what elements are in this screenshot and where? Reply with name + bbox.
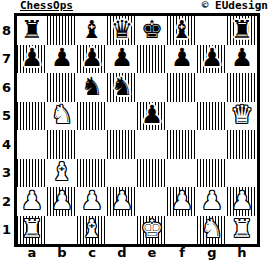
square-b7[interactable]: ♟ [47,45,77,74]
rank-label-8: 8 [0,16,13,45]
black-pawn-c7: ♟ [81,45,103,70]
file-label-g: g [197,246,227,260]
square-d8[interactable]: ♛ [107,16,137,45]
square-e2[interactable] [137,187,167,216]
white-knight-b5: ♞ [51,102,73,127]
rank-label-5: 5 [0,102,13,131]
white-pawn-g2: ♟ [201,188,223,213]
square-h3[interactable] [227,159,257,188]
white-rook-a1: ♜ [21,216,43,241]
square-g5[interactable] [197,102,227,131]
file-labels: abcdefgh [17,246,257,260]
square-d2[interactable]: ♟ [107,187,137,216]
square-h2[interactable]: ♟ [227,187,257,216]
square-e6[interactable] [137,73,167,102]
black-pawn-h7: ♟ [231,45,253,70]
file-label-h: h [227,246,257,260]
square-a4[interactable] [17,130,47,159]
square-d3[interactable] [107,159,137,188]
black-rook-h8: ♜ [231,17,253,42]
square-a2[interactable]: ♟ [17,187,47,216]
square-c5[interactable] [77,102,107,131]
square-d1[interactable] [107,216,137,245]
black-pawn-d7: ♟ [111,45,133,70]
rank-label-1: 1 [0,216,13,245]
square-g8[interactable] [197,16,227,45]
file-label-a: a [17,246,47,260]
white-knight-g1: ♞ [201,216,223,241]
black-pawn-e5: ♟ [141,102,163,127]
file-label-f: f [167,246,197,260]
rank-label-7: 7 [0,45,13,74]
white-bishop-c1: ♝ [81,216,103,241]
black-knight-c6: ♞ [81,74,103,99]
square-h1[interactable]: ♜ [227,216,257,245]
square-h6[interactable] [227,73,257,102]
square-f5[interactable] [167,102,197,131]
square-b4[interactable] [47,130,77,159]
square-e4[interactable] [137,130,167,159]
white-pawn-d2: ♟ [111,188,133,213]
black-rook-a8: ♜ [21,17,43,42]
square-e5[interactable]: ♟ [137,102,167,131]
square-h5[interactable]: ♛ [227,102,257,131]
white-king-e1: ♚ [141,216,163,241]
square-h4[interactable] [227,130,257,159]
square-f2[interactable]: ♟ [167,187,197,216]
white-bishop-b3: ♝ [51,159,73,184]
square-c1[interactable]: ♝ [77,216,107,245]
square-b8[interactable] [47,16,77,45]
black-pawn-b7: ♟ [51,45,73,70]
square-c2[interactable]: ♟ [77,187,107,216]
square-c3[interactable] [77,159,107,188]
rank-label-3: 3 [0,159,13,188]
square-b6[interactable] [47,73,77,102]
white-pawn-b2: ♟ [51,188,73,213]
rank-label-6: 6 [0,73,13,102]
square-a3[interactable] [17,159,47,188]
square-e7[interactable] [137,45,167,74]
square-c7[interactable]: ♟ [77,45,107,74]
square-b3[interactable]: ♝ [47,159,77,188]
square-g4[interactable] [197,130,227,159]
square-h8[interactable]: ♜ [227,16,257,45]
white-pawn-a2: ♟ [21,188,43,213]
file-label-e: e [137,246,167,260]
square-a7[interactable]: ♟ [17,45,47,74]
square-f8[interactable]: ♝ [167,16,197,45]
square-d6[interactable]: ♞ [107,73,137,102]
square-b1[interactable] [47,216,77,245]
square-h7[interactable]: ♟ [227,45,257,74]
black-knight-d6: ♞ [111,74,133,99]
app-title-link[interactable]: ChessOps [20,0,73,12]
square-d7[interactable]: ♟ [107,45,137,74]
white-pawn-c2: ♟ [81,188,103,213]
square-c4[interactable] [77,130,107,159]
rank-label-2: 2 [0,187,13,216]
square-c8[interactable]: ♝ [77,16,107,45]
black-queen-d8: ♛ [111,17,133,42]
white-pawn-f2: ♟ [171,188,193,213]
white-queen-h5: ♛ [231,102,253,127]
square-d5[interactable] [107,102,137,131]
square-b5[interactable]: ♞ [47,102,77,131]
white-rook-h1: ♜ [231,216,253,241]
square-e8[interactable]: ♚ [137,16,167,45]
square-a1[interactable]: ♜ [17,216,47,245]
square-c6[interactable]: ♞ [77,73,107,102]
square-g7[interactable]: ♟ [197,45,227,74]
square-d4[interactable] [107,130,137,159]
square-f4[interactable] [167,130,197,159]
square-f3[interactable] [167,159,197,188]
square-e1[interactable]: ♚ [137,216,167,245]
file-label-c: c [77,246,107,260]
white-pawn-h2: ♟ [231,188,253,213]
square-f1[interactable] [167,216,197,245]
square-a6[interactable] [17,73,47,102]
square-g6[interactable] [197,73,227,102]
file-label-b: b [47,246,77,260]
rank-labels: 87654321 [0,16,13,244]
square-g3[interactable] [197,159,227,188]
black-king-e8: ♚ [141,17,163,42]
chess-board: ♜♝♛♚♝♜♟♟♟♟♟♟♟♞♞♞♟♛♝♟♟♟♟♟♟♟♜♝♚♞♜ [14,13,260,247]
rank-label-4: 4 [0,130,13,159]
black-pawn-a7: ♟ [21,45,43,70]
square-a5[interactable] [17,102,47,131]
square-e3[interactable] [137,159,167,188]
black-bishop-c8: ♝ [81,17,103,42]
black-pawn-f7: ♟ [171,45,193,70]
square-f6[interactable] [167,73,197,102]
black-bishop-f8: ♝ [171,17,193,42]
square-b2[interactable]: ♟ [47,187,77,216]
square-g2[interactable]: ♟ [197,187,227,216]
square-a8[interactable]: ♜ [17,16,47,45]
square-g1[interactable]: ♞ [197,216,227,245]
black-pawn-g7: ♟ [201,45,223,70]
file-label-d: d [107,246,137,260]
square-f7[interactable]: ♟ [167,45,197,74]
copyright-label: © EUdesign [202,0,268,12]
